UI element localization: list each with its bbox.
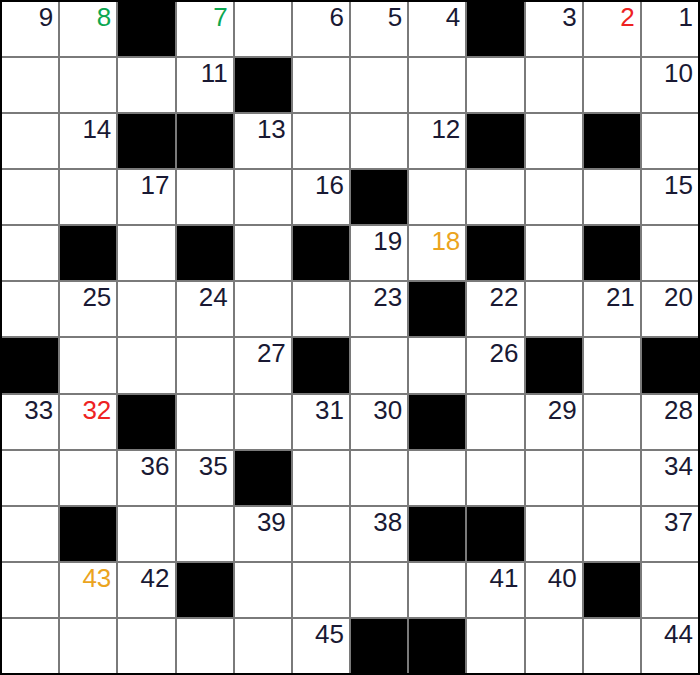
white-cell-r8c7[interactable]: 30 xyxy=(351,395,407,449)
white-cell-r1c1[interactable]: 9 xyxy=(2,2,58,56)
white-cell-r8c1[interactable]: 33 xyxy=(2,395,58,449)
clue-number-18: 18 xyxy=(431,228,460,255)
white-cell-r9c1[interactable] xyxy=(2,451,58,505)
white-cell-r1c8[interactable]: 4 xyxy=(409,2,465,56)
black-cell-r10c2 xyxy=(60,507,116,561)
white-cell-r1c12[interactable]: 1 xyxy=(642,2,698,56)
white-cell-r9c4[interactable]: 35 xyxy=(177,451,233,505)
white-cell-r3c6[interactable] xyxy=(293,114,349,168)
clue-number-13: 13 xyxy=(257,116,286,143)
clue-number-21: 21 xyxy=(606,284,635,311)
white-cell-r11c12[interactable] xyxy=(642,563,698,617)
black-cell-r8c8 xyxy=(409,395,465,449)
black-cell-r8c3 xyxy=(118,395,174,449)
white-cell-r3c5[interactable]: 13 xyxy=(235,114,291,168)
black-cell-r7c10 xyxy=(526,338,582,392)
black-cell-r5c9 xyxy=(467,226,523,280)
black-cell-r5c2 xyxy=(60,226,116,280)
clue-number-3: 3 xyxy=(562,4,576,31)
white-cell-r10c4[interactable] xyxy=(177,507,233,561)
white-cell-r5c5[interactable] xyxy=(235,226,291,280)
white-cell-r11c1[interactable] xyxy=(2,563,58,617)
white-cell-r6c5[interactable] xyxy=(235,282,291,336)
black-cell-r12c8 xyxy=(409,619,465,673)
white-cell-r5c7[interactable]: 19 xyxy=(351,226,407,280)
white-cell-r11c9[interactable]: 41 xyxy=(467,563,523,617)
white-cell-r3c1[interactable] xyxy=(2,114,58,168)
white-cell-r12c10[interactable] xyxy=(526,619,582,673)
white-cell-r8c6[interactable]: 31 xyxy=(293,395,349,449)
white-cell-r12c9[interactable] xyxy=(467,619,523,673)
white-cell-r1c11[interactable]: 2 xyxy=(584,2,640,56)
white-cell-r6c4[interactable]: 24 xyxy=(177,282,233,336)
white-cell-r12c4[interactable] xyxy=(177,619,233,673)
clue-number-22: 22 xyxy=(490,284,519,311)
white-cell-r1c5[interactable] xyxy=(235,2,291,56)
black-cell-r4c7 xyxy=(351,170,407,224)
white-cell-r12c5[interactable] xyxy=(235,619,291,673)
white-cell-r4c1[interactable] xyxy=(2,170,58,224)
white-cell-r4c2[interactable] xyxy=(60,170,116,224)
white-cell-r8c2[interactable]: 32 xyxy=(60,395,116,449)
clue-number-15: 15 xyxy=(664,172,693,199)
white-cell-r4c9[interactable] xyxy=(467,170,523,224)
clue-number-10: 10 xyxy=(664,60,693,87)
white-cell-r3c7[interactable] xyxy=(351,114,407,168)
black-cell-r7c1 xyxy=(2,338,58,392)
white-cell-r8c9[interactable] xyxy=(467,395,523,449)
white-cell-r6c6[interactable] xyxy=(293,282,349,336)
white-cell-r12c2[interactable] xyxy=(60,619,116,673)
white-cell-r7c5[interactable]: 27 xyxy=(235,338,291,392)
black-cell-r3c9 xyxy=(467,114,523,168)
black-cell-r3c11 xyxy=(584,114,640,168)
clue-number-30: 30 xyxy=(373,397,402,424)
clue-number-12: 12 xyxy=(431,116,460,143)
white-cell-r8c12[interactable]: 28 xyxy=(642,395,698,449)
white-cell-r3c10[interactable] xyxy=(526,114,582,168)
white-cell-r7c8[interactable] xyxy=(409,338,465,392)
white-cell-r9c11[interactable] xyxy=(584,451,640,505)
white-cell-r6c7[interactable]: 23 xyxy=(351,282,407,336)
white-cell-r10c11[interactable] xyxy=(584,507,640,561)
white-cell-r3c8[interactable]: 12 xyxy=(409,114,465,168)
white-cell-r12c11[interactable] xyxy=(584,619,640,673)
clue-number-39: 39 xyxy=(257,509,286,536)
white-cell-r8c5[interactable] xyxy=(235,395,291,449)
white-cell-r4c11[interactable] xyxy=(584,170,640,224)
white-cell-r1c2[interactable]: 8 xyxy=(60,2,116,56)
white-cell-r8c4[interactable] xyxy=(177,395,233,449)
white-cell-r4c5[interactable] xyxy=(235,170,291,224)
white-cell-r7c7[interactable] xyxy=(351,338,407,392)
white-cell-r3c2[interactable]: 14 xyxy=(60,114,116,168)
white-cell-r6c1[interactable] xyxy=(2,282,58,336)
white-cell-r11c6[interactable] xyxy=(293,563,349,617)
white-cell-r6c12[interactable]: 20 xyxy=(642,282,698,336)
white-cell-r4c3[interactable]: 17 xyxy=(118,170,174,224)
white-cell-r4c4[interactable] xyxy=(177,170,233,224)
white-cell-r3c12[interactable] xyxy=(642,114,698,168)
white-cell-r10c5[interactable]: 39 xyxy=(235,507,291,561)
clue-number-27: 27 xyxy=(257,340,286,367)
clue-number-28: 28 xyxy=(664,397,693,424)
black-cell-r1c9 xyxy=(467,2,523,56)
clue-number-7: 7 xyxy=(213,4,227,31)
white-cell-r4c10[interactable] xyxy=(526,170,582,224)
white-cell-r9c12[interactable]: 34 xyxy=(642,451,698,505)
white-cell-r2c3[interactable] xyxy=(118,58,174,112)
white-cell-r1c10[interactable]: 3 xyxy=(526,2,582,56)
white-cell-r4c6[interactable]: 16 xyxy=(293,170,349,224)
clue-number-35: 35 xyxy=(199,453,228,480)
clue-number-8: 8 xyxy=(97,4,111,31)
white-cell-r11c8[interactable] xyxy=(409,563,465,617)
white-cell-r5c8[interactable]: 18 xyxy=(409,226,465,280)
black-cell-r5c6 xyxy=(293,226,349,280)
white-cell-r2c1[interactable] xyxy=(2,58,58,112)
clue-number-20: 20 xyxy=(664,284,693,311)
white-cell-r11c3[interactable]: 42 xyxy=(118,563,174,617)
clue-number-40: 40 xyxy=(548,565,577,592)
clue-number-5: 5 xyxy=(388,4,402,31)
white-cell-r5c1[interactable] xyxy=(2,226,58,280)
black-cell-r7c12 xyxy=(642,338,698,392)
white-cell-r9c2[interactable] xyxy=(60,451,116,505)
clue-number-1: 1 xyxy=(679,4,693,31)
white-cell-r1c6[interactable]: 6 xyxy=(293,2,349,56)
white-cell-r12c3[interactable] xyxy=(118,619,174,673)
clue-number-41: 41 xyxy=(490,565,519,592)
white-cell-r6c2[interactable]: 25 xyxy=(60,282,116,336)
white-cell-r5c10[interactable] xyxy=(526,226,582,280)
white-cell-r5c3[interactable] xyxy=(118,226,174,280)
white-cell-r9c3[interactable]: 36 xyxy=(118,451,174,505)
clue-number-9: 9 xyxy=(39,4,53,31)
black-cell-r5c4 xyxy=(177,226,233,280)
white-cell-r10c6[interactable] xyxy=(293,507,349,561)
white-cell-r2c8[interactable] xyxy=(409,58,465,112)
black-cell-r3c3 xyxy=(118,114,174,168)
clue-number-29: 29 xyxy=(548,397,577,424)
clue-number-19: 19 xyxy=(373,228,402,255)
clue-number-44: 44 xyxy=(664,621,693,648)
white-cell-r5c12[interactable] xyxy=(642,226,698,280)
clue-number-42: 42 xyxy=(141,565,170,592)
white-cell-r9c9[interactable] xyxy=(467,451,523,505)
white-cell-r10c7[interactable]: 38 xyxy=(351,507,407,561)
white-cell-r1c4[interactable]: 7 xyxy=(177,2,233,56)
white-cell-r7c3[interactable] xyxy=(118,338,174,392)
black-cell-r11c11 xyxy=(584,563,640,617)
white-cell-r10c10[interactable] xyxy=(526,507,582,561)
white-cell-r7c4[interactable] xyxy=(177,338,233,392)
white-cell-r1c7[interactable]: 5 xyxy=(351,2,407,56)
black-cell-r2c5 xyxy=(235,58,291,112)
clue-number-6: 6 xyxy=(330,4,344,31)
black-cell-r6c8 xyxy=(409,282,465,336)
clue-number-31: 31 xyxy=(315,397,344,424)
white-cell-r2c11[interactable] xyxy=(584,58,640,112)
white-cell-r7c2[interactable] xyxy=(60,338,116,392)
clue-number-4: 4 xyxy=(446,4,460,31)
white-cell-r10c3[interactable] xyxy=(118,507,174,561)
white-cell-r4c8[interactable] xyxy=(409,170,465,224)
clue-number-26: 26 xyxy=(490,340,519,367)
white-cell-r4c12[interactable]: 15 xyxy=(642,170,698,224)
white-cell-r11c2[interactable]: 43 xyxy=(60,563,116,617)
clue-number-38: 38 xyxy=(373,509,402,536)
white-cell-r8c11[interactable] xyxy=(584,395,640,449)
black-cell-r5c11 xyxy=(584,226,640,280)
black-cell-r10c9 xyxy=(467,507,523,561)
clue-number-37: 37 xyxy=(664,509,693,536)
white-cell-r6c11[interactable]: 21 xyxy=(584,282,640,336)
white-cell-r2c2[interactable] xyxy=(60,58,116,112)
clue-number-33: 33 xyxy=(24,397,53,424)
clue-number-45: 45 xyxy=(315,621,344,648)
white-cell-r2c4[interactable]: 11 xyxy=(177,58,233,112)
white-cell-r9c7[interactable] xyxy=(351,451,407,505)
black-cell-r11c4 xyxy=(177,563,233,617)
crossword-grid: 9876543211110141312171615191825242322212… xyxy=(0,0,700,675)
clue-number-17: 17 xyxy=(141,172,170,199)
white-cell-r6c3[interactable] xyxy=(118,282,174,336)
white-cell-r11c5[interactable] xyxy=(235,563,291,617)
black-cell-r3c4 xyxy=(177,114,233,168)
white-cell-r11c7[interactable] xyxy=(351,563,407,617)
clue-number-16: 16 xyxy=(315,172,344,199)
clue-number-2: 2 xyxy=(620,4,634,31)
black-cell-r9c5 xyxy=(235,451,291,505)
clue-number-14: 14 xyxy=(82,116,111,143)
clue-number-25: 25 xyxy=(82,284,111,311)
white-cell-r9c6[interactable] xyxy=(293,451,349,505)
white-cell-r2c6[interactable] xyxy=(293,58,349,112)
white-cell-r8c10[interactable]: 29 xyxy=(526,395,582,449)
white-cell-r2c10[interactable] xyxy=(526,58,582,112)
white-cell-r12c1[interactable] xyxy=(2,619,58,673)
black-cell-r10c8 xyxy=(409,507,465,561)
white-cell-r2c12[interactable]: 10 xyxy=(642,58,698,112)
white-cell-r12c12[interactable]: 44 xyxy=(642,619,698,673)
clue-number-36: 36 xyxy=(141,453,170,480)
white-cell-r9c8[interactable] xyxy=(409,451,465,505)
white-cell-r2c7[interactable] xyxy=(351,58,407,112)
clue-number-34: 34 xyxy=(664,453,693,480)
white-cell-r12c6[interactable]: 45 xyxy=(293,619,349,673)
white-cell-r9c10[interactable] xyxy=(526,451,582,505)
clue-number-43: 43 xyxy=(82,565,111,592)
white-cell-r7c9[interactable]: 26 xyxy=(467,338,523,392)
white-cell-r7c11[interactable] xyxy=(584,338,640,392)
black-cell-r7c6 xyxy=(293,338,349,392)
white-cell-r10c1[interactable] xyxy=(2,507,58,561)
white-cell-r10c12[interactable]: 37 xyxy=(642,507,698,561)
clue-number-23: 23 xyxy=(373,284,402,311)
white-cell-r6c9[interactable]: 22 xyxy=(467,282,523,336)
white-cell-r6c10[interactable] xyxy=(526,282,582,336)
white-cell-r2c9[interactable] xyxy=(467,58,523,112)
black-cell-r12c7 xyxy=(351,619,407,673)
clue-number-24: 24 xyxy=(199,284,228,311)
clue-number-11: 11 xyxy=(201,60,228,87)
white-cell-r11c10[interactable]: 40 xyxy=(526,563,582,617)
clue-number-32: 32 xyxy=(82,397,111,424)
black-cell-r1c3 xyxy=(118,2,174,56)
